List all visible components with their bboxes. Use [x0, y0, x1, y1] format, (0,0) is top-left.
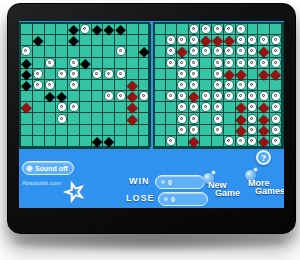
cell-L-5-6[interactable] [92, 80, 104, 91]
cell-L-3-5[interactable]: ◆ [80, 58, 92, 69]
cell-R-0-10[interactable] [270, 24, 282, 35]
white-circle-piece [237, 81, 245, 89]
cell-R-9-0[interactable] [155, 125, 166, 136]
cell-L-4-2[interactable] [45, 69, 57, 80]
cell-R-0-9[interactable] [258, 24, 270, 35]
circle-ring [216, 61, 219, 64]
cell-R-9-5[interactable] [212, 125, 224, 136]
cell-R-7-3[interactable] [189, 102, 201, 113]
circle-ring [169, 139, 172, 142]
cell-L-3-0[interactable]: ◆ [21, 58, 33, 69]
cell-L-8-8[interactable] [115, 113, 127, 124]
cell-L-8-7[interactable] [103, 113, 115, 124]
red-diamond-piece: ◆ [258, 114, 269, 124]
cell-R-7-5[interactable] [212, 102, 224, 113]
cell-R-0-2[interactable] [177, 24, 189, 35]
white-circle-piece [70, 70, 78, 78]
red-diamond-piece: ◆ [127, 91, 138, 101]
cell-L-10-3[interactable] [56, 136, 68, 147]
cell-R-3-6[interactable] [224, 58, 236, 69]
cell-R-10-9[interactable]: ◆ [258, 136, 270, 147]
cell-L-2-8[interactable] [115, 46, 127, 57]
cell-L-10-8[interactable] [115, 136, 127, 147]
cell-R-0-8[interactable] [248, 24, 259, 35]
cell-L-5-4[interactable] [68, 80, 80, 91]
cell-R-1-5[interactable]: ◆ [212, 35, 224, 46]
cell-L-8-4[interactable] [68, 113, 80, 124]
cell-L-1-2[interactable] [45, 35, 57, 46]
white-circle-piece [214, 70, 222, 78]
cell-R-3-8[interactable] [248, 58, 259, 69]
cell-R-8-7[interactable]: ◆ [236, 113, 248, 124]
cell-R-8-2[interactable] [177, 113, 189, 124]
cell-L-3-1[interactable] [33, 58, 45, 69]
circle-ring [60, 72, 63, 75]
cell-L-7-6[interactable] [92, 102, 104, 113]
cell-L-10-6[interactable]: ◆ [92, 136, 104, 147]
circle-ring [119, 94, 122, 97]
cell-L-2-1[interactable] [33, 46, 45, 57]
cell-L-6-8[interactable] [115, 91, 127, 102]
cell-L-1-10[interactable] [139, 35, 151, 46]
cell-L-8-5[interactable] [80, 113, 92, 124]
cell-L-4-5[interactable] [80, 69, 92, 80]
cell-L-7-3[interactable] [56, 102, 68, 113]
cell-R-9-10[interactable] [270, 125, 282, 136]
cell-L-4-7[interactable] [103, 69, 115, 80]
white-circle-piece [248, 126, 256, 134]
cell-R-6-5[interactable] [212, 91, 224, 102]
cell-L-3-7[interactable] [103, 58, 115, 69]
cell-L-7-7[interactable] [103, 102, 115, 113]
cell-R-6-10[interactable] [270, 91, 282, 102]
new-game-button[interactable]: New Game [208, 181, 240, 197]
cell-R-8-9[interactable]: ◆ [258, 113, 270, 124]
cell-L-2-2[interactable] [45, 46, 57, 57]
white-circle-piece [225, 25, 233, 33]
cell-L-5-1[interactable] [33, 80, 45, 91]
cell-L-4-3[interactable] [56, 69, 68, 80]
circle-ring [180, 128, 183, 131]
cell-R-2-1[interactable] [166, 46, 177, 57]
cell-R-1-3[interactable] [189, 35, 201, 46]
cell-L-8-9[interactable]: ◆ [127, 113, 139, 124]
cell-R-3-0[interactable] [155, 58, 166, 69]
cell-R-1-6[interactable]: ◆ [224, 35, 236, 46]
cell-R-7-1[interactable] [166, 102, 177, 113]
cell-L-2-7[interactable] [103, 46, 115, 57]
circle-ring [60, 117, 63, 120]
circle-ring [227, 94, 230, 97]
cell-R-3-10[interactable] [270, 58, 282, 69]
cell-R-1-8[interactable] [248, 35, 259, 46]
cell-R-3-7[interactable] [236, 58, 248, 69]
cell-R-10-1[interactable] [166, 136, 177, 147]
cell-L-0-5[interactable] [80, 24, 92, 35]
cell-R-2-7[interactable] [236, 46, 248, 57]
cell-L-6-7[interactable] [103, 91, 115, 102]
cell-R-8-1[interactable] [166, 113, 177, 124]
cell-R-7-10[interactable] [270, 102, 282, 113]
cell-R-0-4[interactable] [200, 24, 212, 35]
cell-R-1-1[interactable] [166, 35, 177, 46]
cell-R-2-9[interactable]: ◆ [258, 46, 270, 57]
circle-ring [239, 61, 242, 64]
cell-L-3-9[interactable] [127, 58, 139, 69]
cell-R-6-7[interactable] [236, 91, 248, 102]
cell-L-0-8[interactable]: ◆ [115, 24, 127, 35]
cell-R-8-8[interactable] [248, 113, 259, 124]
cell-L-7-10[interactable] [139, 102, 151, 113]
cell-L-0-1[interactable] [33, 24, 45, 35]
cell-R-6-3[interactable]: ◆ [189, 91, 201, 102]
cell-L-6-2[interactable]: ◆ [45, 91, 57, 102]
cell-L-4-0[interactable]: ◆ [21, 69, 33, 80]
cell-L-0-6[interactable]: ◆ [92, 24, 104, 35]
cell-R-1-9[interactable] [258, 35, 270, 46]
cell-L-9-6[interactable] [92, 125, 104, 136]
speaker-icon [27, 166, 32, 171]
cell-L-6-1[interactable] [33, 91, 45, 102]
cell-L-1-0[interactable] [21, 35, 33, 46]
circle-ring [216, 49, 219, 52]
cell-R-6-2[interactable] [177, 91, 189, 102]
game-screen: ◆◆◆◆◆◆◆◆◆◆◆◆◆◆◆◆◆◆◆◆ ◆◆◆◆◆◆◆◆◆◆◆◆◆◆◆◆◆◆ … [19, 21, 284, 208]
lose-value: 0 [171, 196, 175, 203]
cell-L-9-5[interactable] [80, 125, 92, 136]
cell-L-2-5[interactable] [80, 46, 92, 57]
cell-L-6-9[interactable]: ◆ [127, 91, 139, 102]
cell-R-0-5[interactable] [212, 24, 224, 35]
cell-R-10-3[interactable]: ◆ [189, 136, 201, 147]
cell-L-8-2[interactable] [45, 113, 57, 124]
cell-L-0-3[interactable] [56, 24, 68, 35]
cell-R-4-2[interactable] [177, 69, 189, 80]
circle-ring [250, 105, 253, 108]
cell-L-2-6[interactable] [92, 46, 104, 57]
cell-R-2-3[interactable] [189, 46, 201, 57]
white-circle-piece [272, 36, 280, 44]
cell-R-5-10[interactable] [270, 80, 282, 91]
cell-L-1-8[interactable] [115, 35, 127, 46]
cell-R-2-5[interactable] [212, 46, 224, 57]
cell-R-9-2[interactable] [177, 125, 189, 136]
cell-R-5-1[interactable] [166, 80, 177, 91]
cell-R-4-9[interactable]: ◆ [258, 69, 270, 80]
cell-L-4-4[interactable] [68, 69, 80, 80]
cell-L-9-8[interactable] [115, 125, 127, 136]
circle-ring [72, 72, 75, 75]
more-games-button[interactable]: More Games [248, 179, 284, 195]
cell-L-2-4[interactable] [68, 46, 80, 57]
cell-R-0-3[interactable] [189, 24, 201, 35]
cell-L-3-2[interactable] [45, 58, 57, 69]
red-diamond-piece: ◆ [224, 35, 235, 45]
cell-R-4-6[interactable]: ◆ [224, 69, 236, 80]
cell-L-9-1[interactable] [33, 125, 45, 136]
cell-R-0-6[interactable] [224, 24, 236, 35]
cell-L-5-9[interactable]: ◆ [127, 80, 139, 91]
cell-L-9-0[interactable] [21, 125, 33, 136]
cell-L-6-3[interactable]: ◆ [56, 91, 68, 102]
white-circle-piece [190, 47, 198, 55]
cell-L-10-0[interactable] [21, 136, 33, 147]
cell-L-9-10[interactable] [139, 125, 151, 136]
cell-L-0-2[interactable] [45, 24, 57, 35]
cell-R-10-0[interactable] [155, 136, 166, 147]
cell-L-4-10[interactable] [139, 69, 151, 80]
cell-R-7-4[interactable] [200, 102, 212, 113]
cell-R-7-9[interactable]: ◆ [258, 102, 270, 113]
cell-R-2-4[interactable] [200, 46, 212, 57]
cell-R-6-6[interactable] [224, 91, 236, 102]
cell-R-7-0[interactable] [155, 102, 166, 113]
cell-R-9-3[interactable] [189, 125, 201, 136]
circle-ring [169, 61, 172, 64]
cell-L-5-10[interactable] [139, 80, 151, 91]
white-circle-piece [190, 81, 198, 89]
cell-R-10-7[interactable] [236, 136, 248, 147]
cell-R-7-7[interactable]: ◆ [236, 102, 248, 113]
cell-L-6-5[interactable] [80, 91, 92, 102]
cell-R-3-4[interactable] [200, 58, 212, 69]
white-circle-piece [202, 103, 210, 111]
cell-R-8-5[interactable] [212, 113, 224, 124]
cell-R-6-4[interactable] [200, 91, 212, 102]
cell-R-3-2[interactable] [177, 58, 189, 69]
cell-L-1-3[interactable] [56, 35, 68, 46]
cell-L-6-0[interactable] [21, 91, 33, 102]
cell-L-0-4[interactable]: ◆ [68, 24, 80, 35]
cell-L-10-10[interactable] [139, 136, 151, 147]
cell-L-7-5[interactable] [80, 102, 92, 113]
cell-R-2-10[interactable] [270, 46, 282, 57]
cell-R-4-10[interactable]: ◆ [270, 69, 282, 80]
white-circle-piece [46, 81, 54, 89]
cell-R-1-0[interactable] [155, 35, 166, 46]
cell-L-1-1[interactable]: ◆ [33, 35, 45, 46]
cell-R-3-9[interactable] [258, 58, 270, 69]
cell-R-5-7[interactable] [236, 80, 248, 91]
cell-L-7-9[interactable]: ◆ [127, 102, 139, 113]
cell-L-2-3[interactable] [56, 46, 68, 57]
cell-R-9-9[interactable]: ◆ [258, 125, 270, 136]
circle-ring [107, 94, 110, 97]
cell-L-2-0[interactable] [21, 46, 33, 57]
circle-ring [239, 38, 242, 41]
cell-L-4-9[interactable] [127, 69, 139, 80]
cell-L-7-8[interactable] [115, 102, 127, 113]
sound-toggle-label: Sound off [35, 165, 68, 172]
cell-R-1-7[interactable] [236, 35, 248, 46]
cell-R-8-6[interactable] [224, 113, 236, 124]
cell-L-3-6[interactable] [92, 58, 104, 69]
cell-R-9-6[interactable] [224, 125, 236, 136]
cell-L-1-7[interactable] [103, 35, 115, 46]
cell-R-0-0[interactable] [155, 24, 166, 35]
cell-L-1-9[interactable] [127, 35, 139, 46]
red-diamond-piece: ◆ [236, 102, 247, 112]
right-board[interactable]: ◆◆◆◆◆◆◆◆◆◆◆◆◆◆◆◆◆◆ [153, 22, 284, 149]
white-circle-piece [202, 92, 210, 100]
cell-R-5-5[interactable] [212, 80, 224, 91]
cell-R-5-9[interactable] [258, 80, 270, 91]
white-circle-piece [190, 36, 198, 44]
cell-R-9-1[interactable] [166, 125, 177, 136]
red-diamond-piece: ◆ [236, 69, 247, 79]
sound-toggle-button[interactable]: Sound off [22, 161, 74, 175]
cell-L-10-9[interactable] [127, 136, 139, 147]
cell-L-6-10[interactable] [139, 91, 151, 102]
cell-L-8-3[interactable] [56, 113, 68, 124]
cell-R-9-8[interactable] [248, 125, 259, 136]
cell-R-0-1[interactable] [166, 24, 177, 35]
cell-R-0-7[interactable] [236, 24, 248, 35]
cell-L-8-6[interactable] [92, 113, 104, 124]
cell-L-9-4[interactable] [68, 125, 80, 136]
cell-R-3-1[interactable] [166, 58, 177, 69]
circle-ring [216, 83, 219, 86]
white-circle-piece [214, 92, 222, 100]
cell-R-4-0[interactable] [155, 69, 166, 80]
cell-L-4-6[interactable] [92, 69, 104, 80]
circle-ring [192, 105, 195, 108]
cell-R-6-8[interactable] [248, 91, 259, 102]
cell-L-3-4[interactable] [68, 58, 80, 69]
white-circle-piece [272, 103, 280, 111]
cell-L-1-6[interactable] [92, 35, 104, 46]
cell-R-5-4[interactable] [200, 80, 212, 91]
cell-L-2-10[interactable]: ◆ [139, 46, 151, 57]
cell-R-4-1[interactable] [166, 69, 177, 80]
cell-R-3-3[interactable] [189, 58, 201, 69]
cell-R-1-2[interactable] [177, 35, 189, 46]
cell-R-8-10[interactable] [270, 113, 282, 124]
red-diamond-piece: ◆ [21, 102, 32, 112]
cell-R-9-7[interactable]: ◆ [236, 125, 248, 136]
cell-R-6-9[interactable] [258, 91, 270, 102]
cell-R-5-6[interactable] [224, 80, 236, 91]
cell-R-6-0[interactable] [155, 91, 166, 102]
absolutist-logo: ☆ [59, 174, 89, 208]
cell-R-7-2[interactable] [177, 102, 189, 113]
white-circle-piece [167, 59, 175, 67]
cell-R-8-4[interactable] [200, 113, 212, 124]
cell-L-3-3[interactable] [56, 58, 68, 69]
cell-R-3-5[interactable] [212, 58, 224, 69]
cell-L-0-7[interactable]: ◆ [103, 24, 115, 35]
cell-L-10-4[interactable] [68, 136, 80, 147]
red-diamond-piece: ◆ [177, 46, 188, 56]
cell-L-3-8[interactable] [115, 58, 127, 69]
cell-L-10-2[interactable] [45, 136, 57, 147]
circle-ring [250, 139, 253, 142]
left-board[interactable]: ◆◆◆◆◆◆◆◆◆◆◆◆◆◆◆◆◆◆◆◆ [19, 22, 150, 149]
cell-R-2-6[interactable] [224, 46, 236, 57]
cell-L-5-0[interactable]: ◆ [21, 80, 33, 91]
cell-R-4-5[interactable] [212, 69, 224, 80]
cell-R-5-0[interactable] [155, 80, 166, 91]
cell-R-10-8[interactable] [248, 136, 259, 147]
cell-R-5-3[interactable] [189, 80, 201, 91]
cell-R-2-2[interactable]: ◆ [177, 46, 189, 57]
cell-R-2-8[interactable] [248, 46, 259, 57]
cell-R-7-8[interactable] [248, 102, 259, 113]
cell-L-4-1[interactable] [33, 69, 45, 80]
cell-L-8-10[interactable] [139, 113, 151, 124]
cell-R-10-10[interactable] [270, 136, 282, 147]
cell-R-4-3[interactable] [189, 69, 201, 80]
cell-L-1-4[interactable]: ◆ [68, 35, 80, 46]
cell-R-9-4[interactable] [200, 125, 212, 136]
cell-L-5-3[interactable] [56, 80, 68, 91]
circle-ring [274, 61, 277, 64]
cell-R-5-8[interactable] [248, 80, 259, 91]
cell-L-7-2[interactable] [45, 102, 57, 113]
cell-L-10-7[interactable]: ◆ [103, 136, 115, 147]
red-diamond-piece: ◆ [212, 35, 223, 45]
cell-L-0-10[interactable] [139, 24, 151, 35]
cell-R-1-10[interactable] [270, 35, 282, 46]
cell-R-1-4[interactable]: ◆ [200, 35, 212, 46]
cell-L-7-1[interactable] [33, 102, 45, 113]
cell-L-1-5[interactable] [80, 35, 92, 46]
cell-R-6-1[interactable] [166, 91, 177, 102]
cell-L-2-9[interactable] [127, 46, 139, 57]
red-diamond-piece: ◆ [200, 35, 211, 45]
cell-R-7-6[interactable] [224, 102, 236, 113]
white-circle-piece [190, 115, 198, 123]
cell-R-10-2[interactable] [177, 136, 189, 147]
cell-L-9-3[interactable] [56, 125, 68, 136]
cell-L-5-2[interactable] [45, 80, 57, 91]
counter-notch-icon [164, 197, 168, 201]
cell-R-8-0[interactable] [155, 113, 166, 124]
cell-L-9-9[interactable] [127, 125, 139, 136]
circle-ring [36, 72, 39, 75]
cell-L-5-7[interactable] [103, 80, 115, 91]
cell-L-8-0[interactable] [21, 113, 33, 124]
white-circle-piece [81, 25, 89, 33]
cell-L-0-0[interactable] [21, 24, 33, 35]
cell-R-2-0[interactable] [155, 46, 166, 57]
cell-L-9-2[interactable] [45, 125, 57, 136]
cell-L-3-10[interactable] [139, 58, 151, 69]
cell-L-0-9[interactable] [127, 24, 139, 35]
cell-L-8-1[interactable] [33, 113, 45, 124]
help-button[interactable]: ? [256, 150, 271, 165]
cell-R-4-8[interactable] [248, 69, 259, 80]
cell-L-5-5[interactable] [80, 80, 92, 91]
cell-L-5-8[interactable] [115, 80, 127, 91]
cell-R-10-6[interactable] [224, 136, 236, 147]
cell-L-6-6[interactable] [92, 91, 104, 102]
white-circle-piece [248, 103, 256, 111]
cell-R-4-7[interactable]: ◆ [236, 69, 248, 80]
cell-L-10-1[interactable] [33, 136, 45, 147]
cell-R-4-4[interactable] [200, 69, 212, 80]
cell-L-4-8[interactable] [115, 69, 127, 80]
cell-R-10-5[interactable] [212, 136, 224, 147]
cell-L-7-0[interactable]: ◆ [21, 102, 33, 113]
cell-L-6-4[interactable] [68, 91, 80, 102]
cell-L-7-4[interactable] [68, 102, 80, 113]
cell-R-5-2[interactable] [177, 80, 189, 91]
cell-R-8-3[interactable] [189, 113, 201, 124]
cell-L-9-7[interactable] [103, 125, 115, 136]
cell-L-10-5[interactable] [80, 136, 92, 147]
cell-R-10-4[interactable] [200, 136, 212, 147]
